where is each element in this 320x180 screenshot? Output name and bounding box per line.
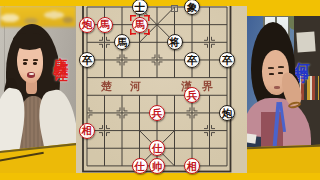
last-move-from-marker	[171, 5, 178, 12]
eyebrow	[268, 67, 274, 69]
left-player-webcam: 唐铁锤	[0, 6, 76, 173]
river-char: 界	[202, 81, 213, 92]
left-player-name-caption: 唐铁锤	[53, 44, 68, 124]
piece-black-soldier[interactable]: 卒	[79, 52, 95, 68]
teeth	[29, 73, 34, 75]
eyebrow	[23, 59, 28, 61]
piece-red-elephant[interactable]: 相	[184, 158, 200, 174]
blurred-top-band	[0, 6, 76, 27]
piece-red-elephant[interactable]: 相	[79, 123, 95, 139]
mouth	[274, 86, 280, 89]
river-char: 河	[130, 81, 141, 92]
piece-red-horse[interactable]: 馬	[97, 17, 113, 33]
bottom-yellow-bar	[0, 173, 320, 180]
right-player-webcam: 何静	[247, 6, 320, 173]
right-table	[247, 145, 320, 173]
eye	[23, 62, 27, 65]
piece-black-advisor[interactable]: 士	[132, 0, 148, 15]
piece-black-soldier[interactable]: 卒	[184, 52, 200, 68]
xiangqi-board: 楚 河 漢 界 士象馬将卒卒卒炮炮馬馬兵兵相仕仕帅相	[76, 6, 247, 173]
last-move-to-marker	[130, 15, 150, 35]
piece-black-cannon[interactable]: 炮	[219, 105, 235, 121]
river-char: 楚	[101, 81, 112, 92]
piece-black-soldier[interactable]: 卒	[219, 52, 235, 68]
left-player-bangs	[13, 33, 46, 50]
eyebrow	[33, 59, 38, 61]
video-frame: 唐铁锤 楚 河 漢 界 士象馬将卒卒卒炮炮馬馬兵兵相仕仕帅相 何静	[0, 0, 320, 180]
eye	[33, 62, 37, 65]
piece-black-general[interactable]: 将	[167, 34, 183, 50]
top-yellow-strip	[247, 6, 320, 16]
piece-red-general[interactable]: 帅	[149, 158, 165, 174]
eye	[278, 72, 283, 74]
piece-red-cannon[interactable]: 炮	[79, 17, 95, 33]
paper-on-table	[247, 133, 257, 143]
piece-red-soldier[interactable]: 兵	[149, 105, 165, 121]
eyebrow	[278, 66, 284, 68]
eye	[269, 73, 274, 75]
piece-red-advisor[interactable]: 仕	[132, 158, 148, 174]
